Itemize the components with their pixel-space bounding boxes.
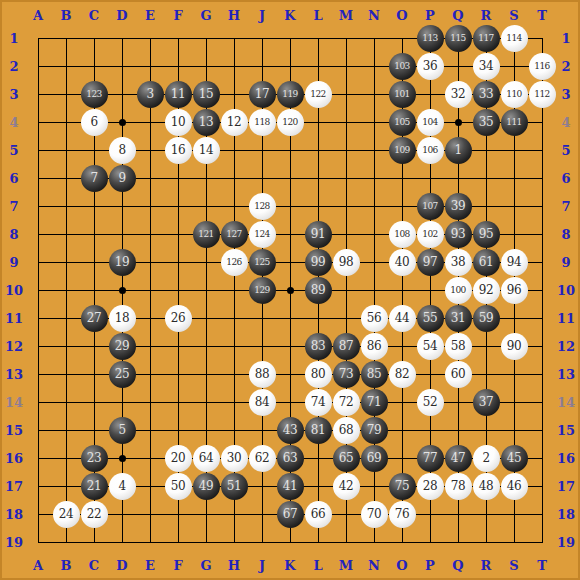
move-number: 26 xyxy=(171,312,185,324)
stone-l10-move-89: 89 xyxy=(305,277,332,304)
stone-q7-move-39: 39 xyxy=(445,193,472,220)
stone-l14-move-74: 74 xyxy=(305,389,332,416)
coord-label-O: O xyxy=(388,5,416,25)
move-number: 11 xyxy=(171,88,185,100)
coord-label-9: 9 xyxy=(555,248,577,276)
coord-label-D: D xyxy=(108,555,136,575)
move-number: 27 xyxy=(87,312,101,324)
stone-c11-move-27: 27 xyxy=(81,305,108,332)
stone-p12-move-54: 54 xyxy=(417,333,444,360)
coord-label-14: 14 xyxy=(555,388,577,416)
move-number: 79 xyxy=(367,424,381,436)
stone-c17-move-21: 21 xyxy=(81,473,108,500)
stone-r14-move-37: 37 xyxy=(473,389,500,416)
coord-label-19: 19 xyxy=(3,528,25,556)
coord-label-3: 3 xyxy=(3,80,25,108)
stone-l8-move-91: 91 xyxy=(305,221,332,248)
move-number: 45 xyxy=(507,452,521,464)
stone-o9-move-40: 40 xyxy=(389,249,416,276)
move-number: 63 xyxy=(283,452,297,464)
move-number: 61 xyxy=(479,256,493,268)
move-number: 64 xyxy=(199,452,213,464)
stone-p17-move-28: 28 xyxy=(417,473,444,500)
stone-f16-move-20: 20 xyxy=(165,445,192,472)
move-number: 56 xyxy=(367,312,381,324)
move-number: 31 xyxy=(451,312,465,324)
coord-label-6: 6 xyxy=(555,164,577,192)
stone-d9-move-19: 19 xyxy=(109,249,136,276)
stone-l12-move-83: 83 xyxy=(305,333,332,360)
column-labels-top: ABCDEFGHJKLMNOPQRST xyxy=(24,5,556,25)
stone-p4-move-104: 104 xyxy=(417,109,444,136)
coord-label-12: 12 xyxy=(3,332,25,360)
move-number: 13 xyxy=(199,116,213,128)
coord-label-H: H xyxy=(220,5,248,25)
stone-f4-move-10: 10 xyxy=(165,109,192,136)
stone-n16-move-69: 69 xyxy=(361,445,388,472)
stone-s4-move-111: 111 xyxy=(501,109,528,136)
coord-label-B: B xyxy=(52,5,80,25)
coord-label-R: R xyxy=(472,5,500,25)
move-number: 118 xyxy=(254,118,269,127)
stone-q1-move-115: 115 xyxy=(445,25,472,52)
move-number: 21 xyxy=(87,480,101,492)
coord-label-5: 5 xyxy=(3,136,25,164)
stone-d6-move-9: 9 xyxy=(109,165,136,192)
move-number: 128 xyxy=(254,202,269,211)
stone-k4-move-120: 120 xyxy=(277,109,304,136)
go-kifu-diagram: ABCDEFGHJKLMNOPQRST ABCDEFGHJKLMNOPQRST … xyxy=(0,0,580,580)
move-number: 116 xyxy=(534,62,549,71)
coord-label-T: T xyxy=(528,5,556,25)
move-number: 99 xyxy=(311,256,325,268)
coord-label-G: G xyxy=(192,5,220,25)
move-number: 104 xyxy=(422,118,437,127)
move-number: 43 xyxy=(283,424,297,436)
move-number: 81 xyxy=(311,424,325,436)
coord-label-1: 1 xyxy=(555,24,577,52)
move-number: 67 xyxy=(283,508,297,520)
stone-p8-move-102: 102 xyxy=(417,221,444,248)
move-number: 16 xyxy=(171,144,185,156)
stone-o18-move-76: 76 xyxy=(389,501,416,528)
coord-label-19: 19 xyxy=(555,528,577,556)
stone-l3-move-122: 122 xyxy=(305,81,332,108)
move-number: 75 xyxy=(395,480,409,492)
stone-m16-move-65: 65 xyxy=(333,445,360,472)
move-number: 34 xyxy=(479,60,493,72)
move-number: 15 xyxy=(199,88,213,100)
coord-label-13: 13 xyxy=(3,360,25,388)
move-number: 38 xyxy=(451,256,465,268)
stone-g16-move-64: 64 xyxy=(193,445,220,472)
move-number: 122 xyxy=(310,90,325,99)
coord-label-S: S xyxy=(500,5,528,25)
move-number: 33 xyxy=(479,88,493,100)
move-number: 119 xyxy=(282,90,297,99)
move-number: 47 xyxy=(451,452,465,464)
move-number: 98 xyxy=(339,256,353,268)
coord-label-K: K xyxy=(276,555,304,575)
stone-g3-move-15: 15 xyxy=(193,81,220,108)
coord-label-10: 10 xyxy=(555,276,577,304)
stone-m15-move-68: 68 xyxy=(333,417,360,444)
move-number: 17 xyxy=(255,88,269,100)
stone-d11-move-18: 18 xyxy=(109,305,136,332)
stone-j8-move-124: 124 xyxy=(249,221,276,248)
move-number: 35 xyxy=(479,116,493,128)
stone-d12-move-29: 29 xyxy=(109,333,136,360)
move-number: 108 xyxy=(394,230,409,239)
coord-label-A: A xyxy=(24,5,52,25)
move-number: 3 xyxy=(146,88,153,100)
coord-label-T: T xyxy=(528,555,556,575)
stone-o5-move-109: 109 xyxy=(389,137,416,164)
move-number: 113 xyxy=(422,34,437,43)
move-number: 12 xyxy=(227,116,241,128)
stone-b18-move-24: 24 xyxy=(53,501,80,528)
stone-q17-move-78: 78 xyxy=(445,473,472,500)
coord-label-K: K xyxy=(276,5,304,25)
coord-label-17: 17 xyxy=(555,472,577,500)
stone-k18-move-67: 67 xyxy=(277,501,304,528)
stone-s16-move-45: 45 xyxy=(501,445,528,472)
move-number: 29 xyxy=(115,340,129,352)
stone-q13-move-60: 60 xyxy=(445,361,472,388)
stone-c16-move-23: 23 xyxy=(81,445,108,472)
move-number: 48 xyxy=(479,480,493,492)
move-number: 85 xyxy=(367,368,381,380)
move-number: 100 xyxy=(450,286,465,295)
coord-label-8: 8 xyxy=(555,220,577,248)
move-number: 49 xyxy=(199,480,213,492)
stone-o2-move-103: 103 xyxy=(389,53,416,80)
move-number: 126 xyxy=(226,258,241,267)
move-number: 106 xyxy=(422,146,437,155)
coord-label-J: J xyxy=(248,5,276,25)
stone-h16-move-30: 30 xyxy=(221,445,248,472)
move-number: 54 xyxy=(423,340,437,352)
coord-label-Q: Q xyxy=(444,555,472,575)
move-number: 74 xyxy=(311,396,325,408)
coord-label-1: 1 xyxy=(3,24,25,52)
stone-q3-move-32: 32 xyxy=(445,81,472,108)
stone-s1-move-114: 114 xyxy=(501,25,528,52)
stone-s9-move-94: 94 xyxy=(501,249,528,276)
stone-f5-move-16: 16 xyxy=(165,137,192,164)
stone-o13-move-82: 82 xyxy=(389,361,416,388)
coord-label-B: B xyxy=(52,555,80,575)
stone-m17-move-42: 42 xyxy=(333,473,360,500)
stone-j3-move-17: 17 xyxy=(249,81,276,108)
coord-label-H: H xyxy=(220,555,248,575)
stone-o17-move-75: 75 xyxy=(389,473,416,500)
move-number: 72 xyxy=(339,396,353,408)
move-number: 14 xyxy=(199,144,213,156)
move-number: 25 xyxy=(115,368,129,380)
stone-l18-move-66: 66 xyxy=(305,501,332,528)
move-number: 127 xyxy=(226,230,241,239)
move-number: 39 xyxy=(451,200,465,212)
row-labels-right: 12345678910111213141516171819 xyxy=(555,24,577,556)
move-number: 4 xyxy=(118,480,125,492)
coord-label-P: P xyxy=(416,5,444,25)
coord-label-7: 7 xyxy=(3,192,25,220)
move-number: 10 xyxy=(171,116,185,128)
stone-o3-move-101: 101 xyxy=(389,81,416,108)
coord-label-15: 15 xyxy=(3,416,25,444)
stone-g17-move-49: 49 xyxy=(193,473,220,500)
stone-p9-move-97: 97 xyxy=(417,249,444,276)
move-number: 96 xyxy=(507,284,521,296)
stone-n11-move-56: 56 xyxy=(361,305,388,332)
move-number: 78 xyxy=(451,480,465,492)
move-number: 103 xyxy=(394,62,409,71)
move-number: 97 xyxy=(423,256,437,268)
move-number: 73 xyxy=(339,368,353,380)
stone-c3-move-123: 123 xyxy=(81,81,108,108)
move-number: 55 xyxy=(423,312,437,324)
row-labels-left: 12345678910111213141516171819 xyxy=(3,24,25,556)
coord-label-C: C xyxy=(80,555,108,575)
move-number: 94 xyxy=(507,256,521,268)
move-number: 65 xyxy=(339,452,353,464)
move-number: 70 xyxy=(367,508,381,520)
move-number: 71 xyxy=(367,396,381,408)
move-number: 68 xyxy=(339,424,353,436)
stone-c18-move-22: 22 xyxy=(81,501,108,528)
stone-j9-move-125: 125 xyxy=(249,249,276,276)
coord-label-P: P xyxy=(416,555,444,575)
move-number: 51 xyxy=(227,480,241,492)
move-number: 59 xyxy=(479,312,493,324)
stone-t2-move-116: 116 xyxy=(529,53,556,80)
coord-label-16: 16 xyxy=(555,444,577,472)
stone-s12-move-90: 90 xyxy=(501,333,528,360)
stone-l9-move-99: 99 xyxy=(305,249,332,276)
move-number: 110 xyxy=(506,90,521,99)
move-number: 129 xyxy=(254,286,269,295)
move-number: 109 xyxy=(394,146,409,155)
move-number: 115 xyxy=(450,34,465,43)
coord-label-14: 14 xyxy=(3,388,25,416)
move-number: 7 xyxy=(90,172,97,184)
stone-f11-move-26: 26 xyxy=(165,305,192,332)
stone-c6-move-7: 7 xyxy=(81,165,108,192)
stone-f17-move-50: 50 xyxy=(165,473,192,500)
coord-label-N: N xyxy=(360,5,388,25)
move-number: 93 xyxy=(451,228,465,240)
move-number: 2 xyxy=(482,452,489,464)
stone-m14-move-72: 72 xyxy=(333,389,360,416)
coord-label-M: M xyxy=(332,555,360,575)
stone-r9-move-61: 61 xyxy=(473,249,500,276)
coord-label-O: O xyxy=(388,555,416,575)
stone-q8-move-93: 93 xyxy=(445,221,472,248)
move-number: 58 xyxy=(451,340,465,352)
move-number: 46 xyxy=(507,480,521,492)
stone-j14-move-84: 84 xyxy=(249,389,276,416)
move-number: 90 xyxy=(507,340,521,352)
coord-label-S: S xyxy=(500,555,528,575)
stone-p1-move-113: 113 xyxy=(417,25,444,52)
stone-m9-move-98: 98 xyxy=(333,249,360,276)
stone-r11-move-59: 59 xyxy=(473,305,500,332)
stone-p14-move-52: 52 xyxy=(417,389,444,416)
stone-m13-move-73: 73 xyxy=(333,361,360,388)
stone-r10-move-92: 92 xyxy=(473,277,500,304)
stone-s3-move-110: 110 xyxy=(501,81,528,108)
coord-label-12: 12 xyxy=(555,332,577,360)
stone-r1-move-117: 117 xyxy=(473,25,500,52)
stone-p7-move-107: 107 xyxy=(417,193,444,220)
move-number: 44 xyxy=(395,312,409,324)
stone-g8-move-121: 121 xyxy=(193,221,220,248)
stone-r16-move-2: 2 xyxy=(473,445,500,472)
stone-h4-move-12: 12 xyxy=(221,109,248,136)
stone-k15-move-43: 43 xyxy=(277,417,304,444)
coord-label-Q: Q xyxy=(444,5,472,25)
stone-g5-move-14: 14 xyxy=(193,137,220,164)
move-number: 86 xyxy=(367,340,381,352)
coord-label-E: E xyxy=(136,555,164,575)
stone-d15-move-5: 5 xyxy=(109,417,136,444)
column-labels-bottom: ABCDEFGHJKLMNOPQRST xyxy=(24,555,556,575)
coord-label-A: A xyxy=(24,555,52,575)
move-number: 32 xyxy=(451,88,465,100)
stone-n18-move-70: 70 xyxy=(361,501,388,528)
coord-label-15: 15 xyxy=(555,416,577,444)
move-number: 87 xyxy=(339,340,353,352)
stone-d13-move-25: 25 xyxy=(109,361,136,388)
stone-p2-move-36: 36 xyxy=(417,53,444,80)
move-number: 114 xyxy=(506,34,521,43)
move-number: 37 xyxy=(479,396,493,408)
move-number: 91 xyxy=(311,228,325,240)
move-number: 120 xyxy=(282,118,297,127)
stone-j16-move-62: 62 xyxy=(249,445,276,472)
move-number: 107 xyxy=(422,202,437,211)
coord-label-16: 16 xyxy=(3,444,25,472)
coord-label-R: R xyxy=(472,555,500,575)
stone-j4-move-118: 118 xyxy=(249,109,276,136)
move-number: 123 xyxy=(86,90,101,99)
move-number: 125 xyxy=(254,258,269,267)
stone-m12-move-87: 87 xyxy=(333,333,360,360)
stone-p11-move-55: 55 xyxy=(417,305,444,332)
stone-p16-move-77: 77 xyxy=(417,445,444,472)
move-number: 41 xyxy=(283,480,297,492)
stone-d5-move-8: 8 xyxy=(109,137,136,164)
stone-o11-move-44: 44 xyxy=(389,305,416,332)
stone-r4-move-35: 35 xyxy=(473,109,500,136)
stone-q10-move-100: 100 xyxy=(445,277,472,304)
move-number: 5 xyxy=(118,424,125,436)
coord-label-N: N xyxy=(360,555,388,575)
move-number: 92 xyxy=(479,284,493,296)
move-number: 22 xyxy=(87,508,101,520)
stone-r2-move-34: 34 xyxy=(473,53,500,80)
move-number: 80 xyxy=(311,368,325,380)
stone-r8-move-95: 95 xyxy=(473,221,500,248)
move-number: 88 xyxy=(255,368,269,380)
coord-label-4: 4 xyxy=(3,108,25,136)
coord-label-2: 2 xyxy=(3,52,25,80)
stone-q12-move-58: 58 xyxy=(445,333,472,360)
stone-j10-move-129: 129 xyxy=(249,277,276,304)
move-number: 77 xyxy=(423,452,437,464)
stone-q11-move-31: 31 xyxy=(445,305,472,332)
move-number: 76 xyxy=(395,508,409,520)
move-number: 24 xyxy=(59,508,73,520)
stone-p5-move-106: 106 xyxy=(417,137,444,164)
move-number: 23 xyxy=(87,452,101,464)
move-number: 111 xyxy=(506,118,521,127)
stone-k16-move-63: 63 xyxy=(277,445,304,472)
stone-k3-move-119: 119 xyxy=(277,81,304,108)
stone-r17-move-48: 48 xyxy=(473,473,500,500)
move-number: 40 xyxy=(395,256,409,268)
stone-j7-move-128: 128 xyxy=(249,193,276,220)
coord-label-11: 11 xyxy=(555,304,577,332)
move-number: 62 xyxy=(255,452,269,464)
move-number: 89 xyxy=(311,284,325,296)
move-number: 1 xyxy=(454,144,461,156)
coord-label-5: 5 xyxy=(555,136,577,164)
coord-label-F: F xyxy=(164,555,192,575)
coord-label-2: 2 xyxy=(555,52,577,80)
coord-label-18: 18 xyxy=(555,500,577,528)
move-number: 9 xyxy=(118,172,125,184)
stone-q9-move-38: 38 xyxy=(445,249,472,276)
coord-label-11: 11 xyxy=(3,304,25,332)
move-number: 60 xyxy=(451,368,465,380)
move-number: 42 xyxy=(339,480,353,492)
move-number: 19 xyxy=(115,256,129,268)
move-number: 124 xyxy=(254,230,269,239)
stone-n15-move-79: 79 xyxy=(361,417,388,444)
coord-label-3: 3 xyxy=(555,80,577,108)
move-number: 117 xyxy=(478,34,493,43)
coord-label-8: 8 xyxy=(3,220,25,248)
move-number: 105 xyxy=(394,118,409,127)
move-number: 82 xyxy=(395,368,409,380)
stone-h17-move-51: 51 xyxy=(221,473,248,500)
stone-l13-move-80: 80 xyxy=(305,361,332,388)
move-number: 8 xyxy=(118,144,125,156)
stone-q16-move-47: 47 xyxy=(445,445,472,472)
coord-label-L: L xyxy=(304,555,332,575)
move-number: 101 xyxy=(394,90,409,99)
coord-label-E: E xyxy=(136,5,164,25)
go-board[interactable]: 1234567891011121314151617181920212223242… xyxy=(24,24,556,556)
coord-label-7: 7 xyxy=(555,192,577,220)
stone-n12-move-86: 86 xyxy=(361,333,388,360)
stone-s10-move-96: 96 xyxy=(501,277,528,304)
stone-e3-move-3: 3 xyxy=(137,81,164,108)
stone-h8-move-127: 127 xyxy=(221,221,248,248)
move-number: 28 xyxy=(423,480,437,492)
move-number: 36 xyxy=(423,60,437,72)
coord-label-M: M xyxy=(332,5,360,25)
move-number: 83 xyxy=(311,340,325,352)
move-number: 18 xyxy=(115,312,129,324)
move-number: 121 xyxy=(198,230,213,239)
move-number: 95 xyxy=(479,228,493,240)
coord-label-L: L xyxy=(304,5,332,25)
coord-label-J: J xyxy=(248,555,276,575)
stone-t3-move-112: 112 xyxy=(529,81,556,108)
